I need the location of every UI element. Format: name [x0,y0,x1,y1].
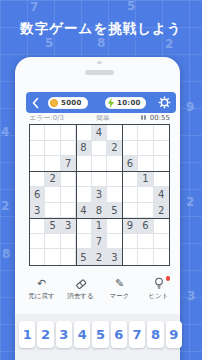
grid-cell-r1c3[interactable] [61,125,76,141]
grid-cell-r5c9[interactable]: 4 [154,187,169,203]
grid-cell-r2c4[interactable]: 8 [76,141,91,157]
pencil-icon: ✎ [115,277,124,290]
toolbar: ↶ 元に戻す 消去する ✎ マーク [23,277,177,301]
grid-cell-r6c1[interactable]: 3 [30,203,45,219]
eraser-icon [75,278,87,290]
grid-cell-r4c7[interactable] [123,172,138,188]
grid-cell-r3c1[interactable] [30,156,45,172]
numpad-button-9[interactable]: 9 [166,321,182,348]
background-number: 5 [127,0,135,12]
numpad-button-3[interactable]: 3 [56,321,72,348]
status-row: エラー:0/3 簡単 00:55 [29,111,170,124]
grid-cell-r8c4[interactable] [76,234,91,250]
grid-cell-r2c6[interactable]: 2 [107,141,122,157]
grid-cell-r3c7[interactable]: 6 [123,156,138,172]
grid-cell-r4c5[interactable] [92,172,107,188]
grid-cell-r1c2[interactable] [45,125,60,141]
promo-banner-title: 数字ゲームを挑戦しよう [0,20,202,38]
background-number: 3 [187,290,195,302]
sudoku-grid: 482762163434852531967523 [30,125,169,265]
coins-pill[interactable]: 5000 [48,97,88,109]
background-number: 7 [30,1,38,13]
coins-value: 5000 [61,99,82,107]
mark-button[interactable]: ✎ マーク [101,277,138,301]
grid-cell-r3c6[interactable] [107,156,122,172]
grid-cell-r6c3[interactable] [61,203,76,219]
background-number: 8 [97,37,105,49]
grid-cell-r2c9[interactable] [154,141,169,157]
numpad-button-2[interactable]: 2 [37,321,53,348]
grid-cell-r9c1[interactable] [30,249,45,265]
grid-cell-r4c1[interactable] [30,172,45,188]
grid-cell-r9c5[interactable]: 2 [92,249,107,265]
grid-cell-r5c7[interactable] [123,187,138,203]
grid-cell-r5c5[interactable]: 3 [92,187,107,203]
game-header-bar: 5000 10:00 [26,92,176,113]
grid-cell-r4c9[interactable] [154,172,169,188]
grid-cell-r8c5[interactable]: 7 [92,234,107,250]
grid-cell-r9c7[interactable] [123,249,138,265]
grid-cell-r4c4[interactable] [76,172,91,188]
grid-cell-r7c8[interactable]: 6 [138,218,153,234]
grid-cell-r7c5[interactable]: 1 [92,218,107,234]
numpad-button-6[interactable]: 6 [111,321,127,348]
grid-cell-r5c6[interactable] [107,187,122,203]
erase-label: 消去する [67,292,93,301]
grid-cell-r8c2[interactable] [45,234,60,250]
numpad-button-8[interactable]: 8 [147,321,163,348]
grid-cell-r6c6[interactable]: 5 [107,203,122,219]
undo-icon: ↶ [37,277,46,290]
undo-label: 元に戻す [28,292,54,301]
numpad-button-5[interactable]: 5 [92,321,108,348]
grid-cell-r5c3[interactable] [61,187,76,203]
grid-cell-r6c4[interactable]: 4 [76,203,91,219]
erase-button[interactable]: 消去する [62,277,99,301]
grid-cell-r8c8[interactable] [138,234,153,250]
pause-icon[interactable] [141,115,147,121]
grid-cell-r4c6[interactable] [107,172,122,188]
phone-speaker [85,70,114,75]
grid-cell-r7c6[interactable] [107,218,122,234]
undo-button[interactable]: ↶ 元に戻す [23,277,60,301]
grid-cell-r4c3[interactable] [61,172,76,188]
numpad-button-4[interactable]: 4 [74,321,90,348]
grid-cell-r1c5[interactable]: 4 [92,125,107,141]
grid-cell-r9c9[interactable] [154,249,169,265]
grid-cell-r8c3[interactable] [61,234,76,250]
grid-cell-r3c3[interactable]: 7 [61,156,76,172]
grid-cell-r9c3[interactable] [61,249,76,265]
grid-cell-r1c7[interactable] [123,125,138,141]
difficulty-label: 簡単 [96,113,110,123]
mark-label: マーク [110,292,130,301]
background-number: 2 [1,200,9,212]
grid-cell-r9c2[interactable] [45,249,60,265]
grid-cell-r3c9[interactable] [154,156,169,172]
grid-cell-r4c8[interactable]: 1 [138,172,153,188]
grid-cell-r2c1[interactable] [30,141,45,157]
back-button[interactable] [30,96,40,110]
grid-cell-r3c2[interactable] [45,156,60,172]
lightbulb-icon [153,277,165,290]
grid-cell-r5c8[interactable] [138,187,153,203]
lightning-icon [107,98,115,108]
background-number: 2 [186,196,194,208]
energy-pill[interactable]: 10:00 [105,97,146,109]
error-counter: エラー:0/3 [29,113,64,123]
grid-cell-r3c5[interactable] [92,156,107,172]
background-number: 4 [1,126,9,138]
grid-cell-r6c7[interactable] [123,203,138,219]
timer-value: 00:55 [150,114,170,122]
grid-cell-r5c1[interactable]: 6 [30,187,45,203]
grid-cell-r7c1[interactable] [30,218,45,234]
grid-cell-r6c9[interactable]: 2 [154,203,169,219]
grid-cell-r2c2[interactable] [45,141,60,157]
grid-cell-r2c7[interactable] [123,141,138,157]
grid-cell-r6c2[interactable] [45,203,60,219]
grid-cell-r6c5[interactable]: 8 [92,203,107,219]
background-number: 8 [2,248,10,260]
grid-cell-r1c4[interactable] [76,125,91,141]
phone-camera-dot [97,61,102,64]
grid-cell-r9c4[interactable]: 5 [76,249,91,265]
grid-cell-r2c3[interactable] [61,141,76,157]
back-chevron-icon [32,97,39,109]
grid-cell-r5c2[interactable] [45,187,60,203]
grid-cell-r1c1[interactable] [30,125,45,141]
grid-cell-r8c6[interactable] [107,234,122,250]
grid-cell-r5c4[interactable] [76,187,91,203]
grid-cell-r7c7[interactable]: 9 [123,218,138,234]
grid-cell-r6c8[interactable] [138,203,153,219]
hint-label: ヒント [149,292,169,301]
numpad: 123456789 [19,321,182,348]
hint-button[interactable]: ヒント [140,277,177,301]
energy-value: 10:00 [117,99,141,107]
numpad-button-7[interactable]: 7 [129,321,145,348]
sudoku-board: 482762163434852531967523 [29,124,170,266]
grid-cell-r3c8[interactable] [138,156,153,172]
grid-cell-r1c9[interactable] [154,125,169,141]
grid-cell-r9c6[interactable]: 3 [107,249,122,265]
grid-cell-r1c8[interactable] [138,125,153,141]
notification-badge [166,276,171,281]
grid-cell-r9c8[interactable] [138,249,153,265]
grid-cell-r7c4[interactable] [76,218,91,234]
grid-cell-r2c5[interactable] [92,141,107,157]
timer-group: 00:55 [141,114,170,122]
grid-cell-r4c2[interactable]: 2 [45,172,60,188]
numpad-button-1[interactable]: 1 [19,321,35,348]
grid-cell-r7c2[interactable]: 5 [45,218,60,234]
grid-cell-r1c6[interactable] [107,125,122,141]
grid-cell-r7c9[interactable] [154,218,169,234]
background-number: 9 [186,101,194,113]
gear-icon[interactable] [158,96,171,109]
app-screen: 75582942283 数字ゲームを挑戦しよう 5000 10:00 [0,0,202,360]
grid-cell-r2c8[interactable] [138,141,153,157]
coin-icon [50,99,58,107]
grid-cell-r3c4[interactable] [76,156,91,172]
grid-cell-r8c7[interactable] [123,234,138,250]
background-number: 2 [165,38,173,50]
grid-cell-r8c1[interactable] [30,234,45,250]
grid-cell-r7c3[interactable]: 3 [61,218,76,234]
grid-cell-r8c9[interactable] [154,234,169,250]
background-number: 5 [45,37,53,49]
